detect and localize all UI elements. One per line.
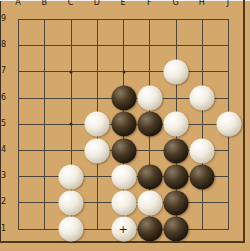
stone-black-G4 <box>164 138 189 163</box>
stone-white-C1 <box>59 217 84 242</box>
stone-white-H4 <box>190 138 215 163</box>
stone-white-E2 <box>111 190 136 215</box>
stone-white-C2 <box>59 190 84 215</box>
last-move-marker: + <box>118 223 127 234</box>
stone-black-F3 <box>137 164 162 189</box>
stone-white-D5 <box>85 112 110 137</box>
stone-white-J5 <box>216 112 241 137</box>
stones-layer: + <box>0 0 250 251</box>
go-board[interactable]: ABCDEFGHJ987654321 + <box>0 0 250 251</box>
stone-white-F2 <box>137 190 162 215</box>
stone-white-G7 <box>164 59 189 84</box>
stone-white-F6 <box>137 86 162 111</box>
stone-white-E3 <box>111 164 136 189</box>
stone-black-H3 <box>190 164 215 189</box>
stone-white-H6 <box>190 86 215 111</box>
stone-black-G1 <box>164 217 189 242</box>
stone-black-F5 <box>137 112 162 137</box>
stone-white-D4 <box>85 138 110 163</box>
stone-white-G5 <box>164 112 189 137</box>
stone-black-G2 <box>164 190 189 215</box>
stone-black-G3 <box>164 164 189 189</box>
stone-black-E4 <box>111 138 136 163</box>
stone-white-C3 <box>59 164 84 189</box>
stone-black-E5 <box>111 112 136 137</box>
stone-black-F1 <box>137 217 162 242</box>
stone-black-E6 <box>111 86 136 111</box>
